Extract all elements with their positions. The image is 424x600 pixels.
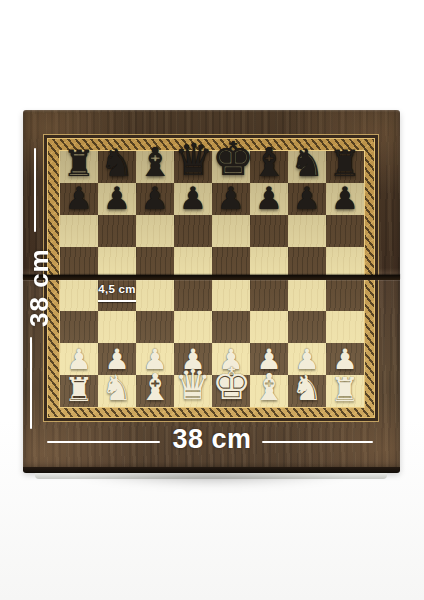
square-b3	[98, 311, 136, 343]
square-e2	[212, 343, 250, 375]
square-g6	[288, 215, 326, 247]
height-label: 38 cm	[24, 236, 54, 340]
square-a3	[60, 311, 98, 343]
width-measure-line-left	[47, 441, 160, 443]
square-d1	[174, 375, 212, 407]
chess-board-box: ♜♞♝♛♚♝♞♜♟♟♟♟♟♟♟♟♟♟♟♟♟♟♟♟♜♞♝♛♚♝♞♜ 4,5 cm …	[23, 110, 400, 472]
square-g4	[288, 279, 326, 311]
square-a2	[60, 343, 98, 375]
square-c4	[136, 279, 174, 311]
square-b8	[98, 151, 136, 183]
shadow	[18, 472, 406, 492]
square-c6	[136, 215, 174, 247]
product-photo-chess-set: ♜♞♝♛♚♝♞♜♟♟♟♟♟♟♟♟♟♟♟♟♟♟♟♟♜♞♝♛♚♝♞♜ 4,5 cm …	[0, 0, 424, 600]
square-h8	[326, 151, 364, 183]
square-a8	[60, 151, 98, 183]
square-f7	[250, 183, 288, 215]
square-a7	[60, 183, 98, 215]
square-size-underline	[98, 300, 136, 302]
square-e3	[212, 311, 250, 343]
square-a6	[60, 215, 98, 247]
square-f4	[250, 279, 288, 311]
square-d7	[174, 183, 212, 215]
width-label: 38 cm	[163, 424, 261, 455]
square-size-label: 4,5 cm	[98, 284, 136, 296]
square-f3	[250, 311, 288, 343]
square-a1	[60, 375, 98, 407]
square-e8	[212, 151, 250, 183]
square-g2	[288, 343, 326, 375]
square-c7	[136, 183, 174, 215]
height-measure-line-top	[34, 148, 36, 232]
square-h7	[326, 183, 364, 215]
fold-hinge-seam	[23, 275, 400, 280]
square-g3	[288, 311, 326, 343]
square-g8	[288, 151, 326, 183]
square-b7	[98, 183, 136, 215]
square-size-label-group: 4,5 cm	[98, 279, 136, 311]
square-h1	[326, 375, 364, 407]
square-e4	[212, 279, 250, 311]
square-h3	[326, 311, 364, 343]
square-b2	[98, 343, 136, 375]
square-b1	[98, 375, 136, 407]
square-d6	[174, 215, 212, 247]
square-e7	[212, 183, 250, 215]
square-d2	[174, 343, 212, 375]
width-measure-line-right	[262, 441, 373, 443]
square-g7	[288, 183, 326, 215]
height-measure-line-bottom	[30, 337, 32, 429]
square-d8	[174, 151, 212, 183]
square-c3	[136, 311, 174, 343]
square-c1	[136, 375, 174, 407]
square-e6	[212, 215, 250, 247]
square-a4	[60, 279, 98, 311]
square-c8	[136, 151, 174, 183]
square-h2	[326, 343, 364, 375]
square-d3	[174, 311, 212, 343]
square-b6	[98, 215, 136, 247]
square-h4	[326, 279, 364, 311]
square-f1	[250, 375, 288, 407]
square-f2	[250, 343, 288, 375]
square-c2	[136, 343, 174, 375]
square-g1	[288, 375, 326, 407]
square-h6	[326, 215, 364, 247]
square-e1	[212, 375, 250, 407]
square-f6	[250, 215, 288, 247]
square-d4	[174, 279, 212, 311]
square-f8	[250, 151, 288, 183]
